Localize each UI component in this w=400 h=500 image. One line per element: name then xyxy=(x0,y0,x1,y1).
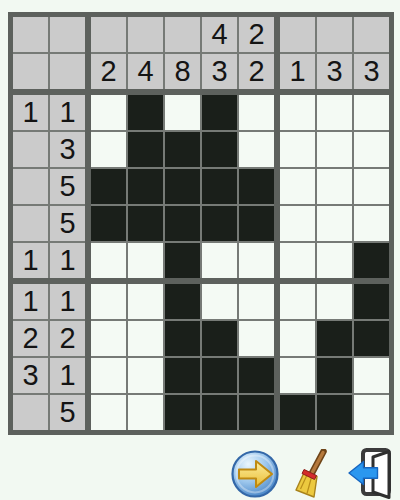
cell-r6-c2[interactable] xyxy=(128,284,163,319)
cell-r9-c1[interactable] xyxy=(91,395,126,430)
cell-r8-c2[interactable] xyxy=(128,358,163,393)
cell-r1-c8[interactable] xyxy=(354,95,389,130)
cell-r6-c5[interactable] xyxy=(239,284,274,319)
cell-r9-c4[interactable] xyxy=(202,395,237,430)
cell-r4-c6[interactable] xyxy=(280,206,315,241)
row-clue-cell: 3 xyxy=(13,358,48,393)
row-clue-cell: 1 xyxy=(13,243,48,278)
col-clue-cell xyxy=(128,17,163,52)
cell-r8-c5[interactable] xyxy=(239,358,274,393)
nonogram-board: 248432213311355111122315 xyxy=(8,12,394,435)
cell-r5-c2[interactable] xyxy=(128,243,163,278)
col-clue-cell xyxy=(354,17,389,52)
toolbar xyxy=(230,446,394,500)
col-clue-cell: 3 xyxy=(202,54,237,89)
cell-r1-c7[interactable] xyxy=(317,95,352,130)
cell-r2-c3[interactable] xyxy=(165,132,200,167)
cell-r3-c2[interactable] xyxy=(128,169,163,204)
row-clue-cell: 2 xyxy=(50,321,85,356)
thick-vertical-separator xyxy=(274,15,280,432)
cell-r9-c6[interactable] xyxy=(280,395,315,430)
cell-r4-c1[interactable] xyxy=(91,206,126,241)
cell-r8-c6[interactable] xyxy=(280,358,315,393)
cell-r9-c3[interactable] xyxy=(165,395,200,430)
cell-r3-c8[interactable] xyxy=(354,169,389,204)
cell-r3-c3[interactable] xyxy=(165,169,200,204)
cell-r2-c4[interactable] xyxy=(202,132,237,167)
exit-button[interactable] xyxy=(346,446,394,500)
cell-r8-c1[interactable] xyxy=(91,358,126,393)
thick-vertical-separator xyxy=(85,15,91,432)
cell-r2-c5[interactable] xyxy=(239,132,274,167)
cell-r8-c3[interactable] xyxy=(165,358,200,393)
clue-corner-cell xyxy=(50,54,85,89)
cell-r2-c2[interactable] xyxy=(128,132,163,167)
cell-r8-c8[interactable] xyxy=(354,358,389,393)
arrow-right-circle-icon xyxy=(230,449,280,499)
cell-r8-c7[interactable] xyxy=(317,358,352,393)
cell-r4-c4[interactable] xyxy=(202,206,237,241)
row-clue-cell xyxy=(13,132,48,167)
cell-r7-c4[interactable] xyxy=(202,321,237,356)
col-clue-cell xyxy=(165,17,200,52)
row-clue-cell: 1 xyxy=(50,95,85,130)
cell-r1-c3[interactable] xyxy=(165,95,200,130)
row-clue-cell xyxy=(13,169,48,204)
cell-r4-c2[interactable] xyxy=(128,206,163,241)
col-clue-cell: 2 xyxy=(91,54,126,89)
row-clue-cell: 5 xyxy=(50,395,85,430)
cell-r3-c1[interactable] xyxy=(91,169,126,204)
cell-r9-c2[interactable] xyxy=(128,395,163,430)
col-clue-cell: 4 xyxy=(128,54,163,89)
cell-r6-c8[interactable] xyxy=(354,284,389,319)
cell-r4-c8[interactable] xyxy=(354,206,389,241)
cell-r4-c3[interactable] xyxy=(165,206,200,241)
cell-r5-c6[interactable] xyxy=(280,243,315,278)
cell-r4-c5[interactable] xyxy=(239,206,274,241)
row-clue-cell: 2 xyxy=(13,321,48,356)
cell-r5-c8[interactable] xyxy=(354,243,389,278)
cell-r5-c5[interactable] xyxy=(239,243,274,278)
col-clue-cell: 2 xyxy=(239,17,274,52)
cell-r3-c4[interactable] xyxy=(202,169,237,204)
cell-r2-c7[interactable] xyxy=(317,132,352,167)
cell-r2-c6[interactable] xyxy=(280,132,315,167)
row-clue-cell xyxy=(13,206,48,241)
col-clue-cell: 3 xyxy=(317,54,352,89)
col-clue-cell: 4 xyxy=(202,17,237,52)
row-clue-cell: 3 xyxy=(50,132,85,167)
cell-r1-c4[interactable] xyxy=(202,95,237,130)
cell-r6-c7[interactable] xyxy=(317,284,352,319)
clue-corner-cell xyxy=(13,54,48,89)
clue-corner-cell xyxy=(13,17,48,52)
cell-r6-c4[interactable] xyxy=(202,284,237,319)
col-clue-cell xyxy=(317,17,352,52)
cell-r9-c8[interactable] xyxy=(354,395,389,430)
cell-r3-c6[interactable] xyxy=(280,169,315,204)
cell-r9-c5[interactable] xyxy=(239,395,274,430)
cell-r5-c3[interactable] xyxy=(165,243,200,278)
cell-r4-c7[interactable] xyxy=(317,206,352,241)
cell-r1-c1[interactable] xyxy=(91,95,126,130)
cell-r6-c3[interactable] xyxy=(165,284,200,319)
cell-r6-c1[interactable] xyxy=(91,284,126,319)
cell-r5-c1[interactable] xyxy=(91,243,126,278)
cell-r2-c1[interactable] xyxy=(91,132,126,167)
cell-r6-c6[interactable] xyxy=(280,284,315,319)
cell-r3-c5[interactable] xyxy=(239,169,274,204)
clear-button[interactable] xyxy=(292,449,334,499)
row-clue-cell: 5 xyxy=(50,206,85,241)
col-clue-cell xyxy=(91,17,126,52)
row-clue-cell: 1 xyxy=(13,284,48,319)
cell-r2-c8[interactable] xyxy=(354,132,389,167)
col-clue-cell xyxy=(280,17,315,52)
row-clue-cell: 1 xyxy=(50,358,85,393)
row-clue-cell: 1 xyxy=(13,95,48,130)
cell-r5-c4[interactable] xyxy=(202,243,237,278)
cell-r7-c2[interactable] xyxy=(128,321,163,356)
next-button[interactable] xyxy=(230,449,280,499)
col-clue-cell: 8 xyxy=(165,54,200,89)
clue-corner-cell xyxy=(50,17,85,52)
cell-r7-c3[interactable] xyxy=(165,321,200,356)
broom-icon xyxy=(292,449,334,499)
cell-r1-c6[interactable] xyxy=(280,95,315,130)
cell-r1-c2[interactable] xyxy=(128,95,163,130)
row-clue-cell: 1 xyxy=(50,243,85,278)
cell-r7-c6[interactable] xyxy=(280,321,315,356)
cell-r7-c8[interactable] xyxy=(354,321,389,356)
thick-horizontal-separator xyxy=(11,89,391,95)
cell-r7-c1[interactable] xyxy=(91,321,126,356)
cell-r3-c7[interactable] xyxy=(317,169,352,204)
thick-horizontal-separator xyxy=(11,278,391,284)
row-clue-cell xyxy=(13,395,48,430)
cell-r8-c4[interactable] xyxy=(202,358,237,393)
cell-r5-c7[interactable] xyxy=(317,243,352,278)
col-clue-cell: 3 xyxy=(354,54,389,89)
exit-door-icon xyxy=(346,446,394,500)
cell-r9-c7[interactable] xyxy=(317,395,352,430)
row-clue-cell: 5 xyxy=(50,169,85,204)
col-clue-cell: 2 xyxy=(239,54,274,89)
row-clue-cell: 1 xyxy=(50,284,85,319)
cell-r7-c7[interactable] xyxy=(317,321,352,356)
cell-r7-c5[interactable] xyxy=(239,321,274,356)
cell-r1-c5[interactable] xyxy=(239,95,274,130)
col-clue-cell: 1 xyxy=(280,54,315,89)
